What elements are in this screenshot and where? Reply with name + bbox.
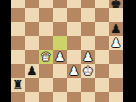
square-h8[interactable]: ♚	[109, 0, 123, 8]
square-f1[interactable]	[81, 92, 95, 102]
square-a8[interactable]	[11, 0, 25, 8]
left-black-bar	[0, 0, 11, 102]
chess-board[interactable]: ♚♟♟♛♟♟♟♟♚♜	[11, 0, 123, 102]
square-g1[interactable]	[95, 92, 109, 102]
square-d8[interactable]	[53, 0, 67, 8]
square-e4[interactable]	[67, 50, 81, 64]
square-h2[interactable]	[109, 78, 123, 92]
chess-app-screen: ♚♟♟♛♟♟♟♟♚♜	[0, 0, 136, 102]
square-c2[interactable]	[39, 78, 53, 92]
square-d2[interactable]	[53, 78, 67, 92]
square-a5[interactable]	[11, 36, 25, 50]
square-g3[interactable]	[95, 64, 109, 78]
piece-white-queen-c4[interactable]: ♛	[39, 50, 53, 64]
square-g7[interactable]	[95, 8, 109, 22]
square-c1[interactable]	[39, 92, 53, 102]
square-c5[interactable]	[39, 36, 53, 50]
square-b7[interactable]	[25, 8, 39, 22]
square-h3[interactable]	[109, 64, 123, 78]
square-e5[interactable]	[67, 36, 81, 50]
square-d7[interactable]	[53, 8, 67, 22]
piece-white-pawn-f4[interactable]: ♟	[81, 50, 95, 64]
square-f3[interactable]: ♚	[81, 64, 95, 78]
square-g6[interactable]	[95, 22, 109, 36]
square-d4[interactable]: ♟	[53, 50, 67, 64]
square-b3[interactable]: ♟	[25, 64, 39, 78]
square-h5[interactable]: ♟	[109, 36, 123, 50]
square-g5[interactable]	[95, 36, 109, 50]
square-d1[interactable]	[53, 92, 67, 102]
square-b2[interactable]	[25, 78, 39, 92]
square-b5[interactable]	[25, 36, 39, 50]
square-e2[interactable]	[67, 78, 81, 92]
square-e6[interactable]	[67, 22, 81, 36]
square-f8[interactable]	[81, 0, 95, 8]
square-e7[interactable]	[67, 8, 81, 22]
square-b4[interactable]	[25, 50, 39, 64]
square-g8[interactable]	[95, 0, 109, 8]
square-c4-highlighted[interactable]: ♛	[39, 50, 53, 64]
square-g4[interactable]	[95, 50, 109, 64]
piece-white-pawn-h5[interactable]: ♟	[109, 36, 123, 50]
square-a3[interactable]	[11, 64, 25, 78]
piece-black-pawn-b3[interactable]: ♟	[25, 64, 39, 78]
square-a2[interactable]: ♜	[11, 78, 25, 92]
square-a6[interactable]	[11, 22, 25, 36]
square-f5[interactable]	[81, 36, 95, 50]
square-g2[interactable]	[95, 78, 109, 92]
square-c3[interactable]	[39, 64, 53, 78]
square-c6[interactable]	[39, 22, 53, 36]
piece-white-pawn-d4[interactable]: ♟	[53, 50, 67, 64]
square-b8[interactable]	[25, 0, 39, 8]
square-b6[interactable]	[25, 22, 39, 36]
piece-black-rook-a2[interactable]: ♜	[11, 78, 25, 92]
square-a4[interactable]	[11, 50, 25, 64]
square-e1[interactable]	[67, 92, 81, 102]
square-f4[interactable]: ♟	[81, 50, 95, 64]
square-h4[interactable]	[109, 50, 123, 64]
square-e3[interactable]: ♟	[67, 64, 81, 78]
square-d3[interactable]	[53, 64, 67, 78]
square-b1[interactable]	[25, 92, 39, 102]
square-c8[interactable]	[39, 0, 53, 8]
square-a7[interactable]	[11, 8, 25, 22]
square-f2[interactable]	[81, 78, 95, 92]
square-a1[interactable]	[11, 92, 25, 102]
square-h6[interactable]: ♟	[109, 22, 123, 36]
square-h1[interactable]	[109, 92, 123, 102]
square-d6[interactable]	[53, 22, 67, 36]
square-c7[interactable]	[39, 8, 53, 22]
piece-white-king-f3[interactable]: ♚	[81, 64, 95, 78]
square-d5-highlighted[interactable]	[53, 36, 67, 50]
piece-white-pawn-e3[interactable]: ♟	[67, 64, 81, 78]
square-f7[interactable]	[81, 8, 95, 22]
right-black-bar	[123, 0, 136, 102]
square-h7[interactable]	[109, 8, 123, 22]
square-f6[interactable]	[81, 22, 95, 36]
piece-black-pawn-h6[interactable]: ♟	[109, 22, 123, 36]
square-e8[interactable]	[67, 0, 81, 8]
